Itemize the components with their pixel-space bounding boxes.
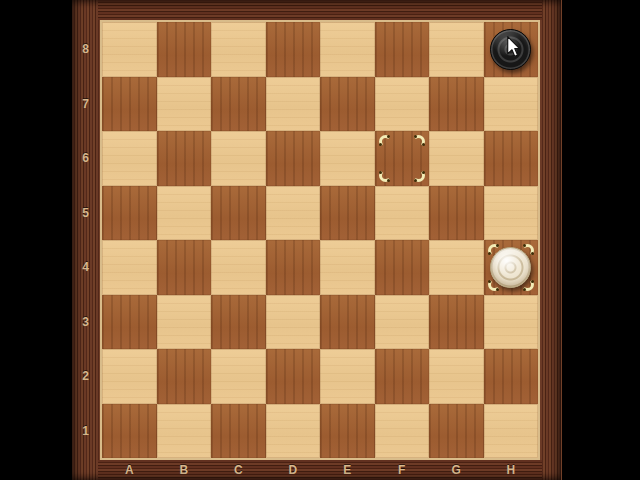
file-label-h: H — [484, 460, 539, 480]
square-e8[interactable] — [320, 22, 375, 77]
highlight-corner — [379, 135, 392, 148]
square-g7[interactable] — [429, 77, 484, 132]
square-f6[interactable] — [375, 131, 430, 186]
square-g4[interactable] — [429, 240, 484, 295]
square-f4[interactable] — [375, 240, 430, 295]
square-c6[interactable] — [211, 131, 266, 186]
square-e2[interactable] — [320, 349, 375, 404]
file-label-d: D — [266, 460, 321, 480]
highlight-corner — [412, 169, 425, 182]
square-d8[interactable] — [266, 22, 321, 77]
square-g5[interactable] — [429, 186, 484, 241]
square-a6[interactable] — [102, 131, 157, 186]
square-c1[interactable] — [211, 404, 266, 459]
highlight-corner — [412, 135, 425, 148]
square-d6[interactable] — [266, 131, 321, 186]
square-h8[interactable] — [484, 22, 539, 77]
square-h4[interactable] — [484, 240, 539, 295]
square-d5[interactable] — [266, 186, 321, 241]
square-d2[interactable] — [266, 349, 321, 404]
square-c3[interactable] — [211, 295, 266, 350]
square-g2[interactable] — [429, 349, 484, 404]
square-c8[interactable] — [211, 22, 266, 77]
black-piece[interactable] — [490, 29, 531, 70]
square-g6[interactable] — [429, 131, 484, 186]
square-h1[interactable] — [484, 404, 539, 459]
square-d7[interactable] — [266, 77, 321, 132]
rank-label-8: 8 — [72, 22, 99, 77]
square-e5[interactable] — [320, 186, 375, 241]
square-a3[interactable] — [102, 295, 157, 350]
square-b3[interactable] — [157, 295, 212, 350]
rank-label-6: 6 — [72, 131, 99, 186]
square-e6[interactable] — [320, 131, 375, 186]
square-c7[interactable] — [211, 77, 266, 132]
rank-label-4: 4 — [72, 240, 99, 295]
square-f8[interactable] — [375, 22, 430, 77]
file-label-c: C — [211, 460, 266, 480]
square-f5[interactable] — [375, 186, 430, 241]
file-label-f: F — [375, 460, 430, 480]
square-h6[interactable] — [484, 131, 539, 186]
square-f1[interactable] — [375, 404, 430, 459]
frame-right-band — [540, 0, 562, 480]
file-label-e: E — [320, 460, 375, 480]
highlight-corner — [379, 169, 392, 182]
square-c2[interactable] — [211, 349, 266, 404]
file-label-a: A — [102, 460, 157, 480]
highlight-corner — [521, 278, 534, 291]
square-b7[interactable] — [157, 77, 212, 132]
file-label-b: B — [157, 460, 212, 480]
square-h2[interactable] — [484, 349, 539, 404]
square-a7[interactable] — [102, 77, 157, 132]
file-label-g: G — [429, 460, 484, 480]
square-c5[interactable] — [211, 186, 266, 241]
rank-label-2: 2 — [72, 349, 99, 404]
highlight-corner — [488, 278, 501, 291]
square-b1[interactable] — [157, 404, 212, 459]
highlight-corner — [521, 244, 534, 257]
square-a2[interactable] — [102, 349, 157, 404]
square-d4[interactable] — [266, 240, 321, 295]
square-a4[interactable] — [102, 240, 157, 295]
square-e1[interactable] — [320, 404, 375, 459]
square-f2[interactable] — [375, 349, 430, 404]
square-d1[interactable] — [266, 404, 321, 459]
frame-top-band — [98, 0, 542, 20]
square-b6[interactable] — [157, 131, 212, 186]
square-g8[interactable] — [429, 22, 484, 77]
rank-label-7: 7 — [72, 77, 99, 132]
square-f7[interactable] — [375, 77, 430, 132]
square-d3[interactable] — [266, 295, 321, 350]
rank-label-5: 5 — [72, 186, 99, 241]
square-h3[interactable] — [484, 295, 539, 350]
square-a5[interactable] — [102, 186, 157, 241]
square-b2[interactable] — [157, 349, 212, 404]
square-e3[interactable] — [320, 295, 375, 350]
rank-label-1: 1 — [72, 404, 99, 459]
square-a8[interactable] — [102, 22, 157, 77]
checkers-board[interactable] — [100, 20, 540, 460]
rank-label-3: 3 — [72, 295, 99, 350]
letterboxed-stage: 87654321 ABCDEFGH — [0, 0, 640, 480]
square-g1[interactable] — [429, 404, 484, 459]
highlight-corner — [488, 244, 501, 257]
square-h7[interactable] — [484, 77, 539, 132]
square-f3[interactable] — [375, 295, 430, 350]
square-b5[interactable] — [157, 186, 212, 241]
square-b8[interactable] — [157, 22, 212, 77]
square-e7[interactable] — [320, 77, 375, 132]
square-h5[interactable] — [484, 186, 539, 241]
square-a1[interactable] — [102, 404, 157, 459]
square-e4[interactable] — [320, 240, 375, 295]
square-g3[interactable] — [429, 295, 484, 350]
board-frame: 87654321 ABCDEFGH — [72, 0, 562, 480]
square-b4[interactable] — [157, 240, 212, 295]
square-c4[interactable] — [211, 240, 266, 295]
